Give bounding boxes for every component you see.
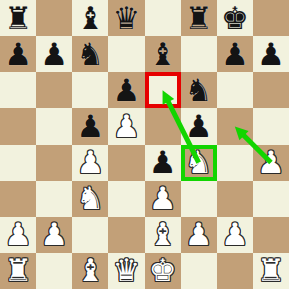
square-e3[interactable]: ♟: [145, 181, 181, 217]
square-a4[interactable]: [0, 145, 36, 181]
square-e2[interactable]: ♝: [145, 217, 181, 253]
square-b4[interactable]: [36, 145, 72, 181]
square-d1[interactable]: ♛: [108, 253, 144, 289]
square-h3[interactable]: [253, 181, 289, 217]
chess-board-screenshot: ♜♝♛♜♚♟♟♞♝♟♟♟♞♟♟♟♟♟♞♟♞♟♟♟♝♟♟♜♝♛♚♜: [0, 0, 289, 289]
square-h4[interactable]: ♟: [253, 145, 289, 181]
square-f6[interactable]: ♞: [181, 72, 217, 108]
white-knight-f4[interactable]: ♞: [185, 147, 213, 178]
square-h7[interactable]: ♟: [253, 36, 289, 72]
black-pawn-d6[interactable]: ♟: [113, 75, 141, 106]
square-b1[interactable]: [36, 253, 72, 289]
square-a2[interactable]: ♟: [0, 217, 36, 253]
square-h2[interactable]: [253, 217, 289, 253]
square-c8[interactable]: ♝: [72, 0, 108, 36]
square-d5[interactable]: ♟: [108, 108, 144, 144]
square-c7[interactable]: ♞: [72, 36, 108, 72]
square-d8[interactable]: ♛: [108, 0, 144, 36]
square-e6[interactable]: [145, 72, 181, 108]
black-pawn-a7[interactable]: ♟: [4, 39, 32, 70]
square-f3[interactable]: [181, 181, 217, 217]
white-queen-d1[interactable]: ♛: [113, 255, 141, 286]
square-f5[interactable]: ♟: [181, 108, 217, 144]
square-h5[interactable]: [253, 108, 289, 144]
square-c6[interactable]: [72, 72, 108, 108]
square-c5[interactable]: ♟: [72, 108, 108, 144]
white-bishop-e2[interactable]: ♝: [149, 219, 177, 250]
square-b6[interactable]: [36, 72, 72, 108]
white-pawn-e3[interactable]: ♟: [149, 183, 177, 214]
black-pawn-e4[interactable]: ♟: [149, 147, 177, 178]
square-e7[interactable]: ♝: [145, 36, 181, 72]
square-d4[interactable]: [108, 145, 144, 181]
black-king-g8[interactable]: ♚: [221, 3, 249, 34]
square-e8[interactable]: [145, 0, 181, 36]
white-pawn-d5[interactable]: ♟: [113, 111, 141, 142]
white-king-e1[interactable]: ♚: [149, 255, 177, 286]
black-pawn-b7[interactable]: ♟: [40, 39, 68, 70]
square-c1[interactable]: ♝: [72, 253, 108, 289]
square-a6[interactable]: [0, 72, 36, 108]
square-b2[interactable]: ♟: [36, 217, 72, 253]
square-b8[interactable]: [36, 0, 72, 36]
black-rook-f8[interactable]: ♜: [185, 3, 213, 34]
black-pawn-g7[interactable]: ♟: [221, 39, 249, 70]
black-bishop-e7[interactable]: ♝: [149, 39, 177, 70]
square-c2[interactable]: [72, 217, 108, 253]
white-pawn-h4[interactable]: ♟: [257, 147, 285, 178]
square-d2[interactable]: [108, 217, 144, 253]
chess-board: ♜♝♛♜♚♟♟♞♝♟♟♟♞♟♟♟♟♟♞♟♞♟♟♟♝♟♟♜♝♛♚♜: [0, 0, 289, 289]
black-queen-d8[interactable]: ♛: [113, 3, 141, 34]
square-h8[interactable]: [253, 0, 289, 36]
white-knight-c3[interactable]: ♞: [76, 183, 104, 214]
square-f8[interactable]: ♜: [181, 0, 217, 36]
square-g3[interactable]: [217, 181, 253, 217]
black-bishop-c8[interactable]: ♝: [76, 3, 104, 34]
black-knight-c7[interactable]: ♞: [76, 39, 104, 70]
square-g6[interactable]: [217, 72, 253, 108]
square-a3[interactable]: [0, 181, 36, 217]
square-b5[interactable]: [36, 108, 72, 144]
square-f4[interactable]: ♞: [181, 145, 217, 181]
white-pawn-c4[interactable]: ♟: [76, 147, 104, 178]
black-pawn-c5[interactable]: ♟: [76, 111, 104, 142]
square-g2[interactable]: ♟: [217, 217, 253, 253]
square-h1[interactable]: ♜: [253, 253, 289, 289]
white-rook-h1[interactable]: ♜: [257, 255, 285, 286]
square-h6[interactable]: [253, 72, 289, 108]
square-g7[interactable]: ♟: [217, 36, 253, 72]
square-f1[interactable]: [181, 253, 217, 289]
square-b3[interactable]: [36, 181, 72, 217]
square-g5[interactable]: [217, 108, 253, 144]
white-pawn-f2[interactable]: ♟: [185, 219, 213, 250]
square-e4[interactable]: ♟: [145, 145, 181, 181]
black-knight-f6[interactable]: ♞: [185, 75, 213, 106]
square-d3[interactable]: [108, 181, 144, 217]
square-g8[interactable]: ♚: [217, 0, 253, 36]
square-e5[interactable]: [145, 108, 181, 144]
square-f7[interactable]: [181, 36, 217, 72]
white-pawn-a2[interactable]: ♟: [4, 219, 32, 250]
square-d7[interactable]: [108, 36, 144, 72]
square-c4[interactable]: ♟: [72, 145, 108, 181]
square-a5[interactable]: [0, 108, 36, 144]
black-pawn-f5[interactable]: ♟: [185, 111, 213, 142]
square-a7[interactable]: ♟: [0, 36, 36, 72]
square-e1[interactable]: ♚: [145, 253, 181, 289]
white-bishop-c1[interactable]: ♝: [76, 255, 104, 286]
square-g4[interactable]: [217, 145, 253, 181]
white-pawn-b2[interactable]: ♟: [40, 219, 68, 250]
square-g1[interactable]: [217, 253, 253, 289]
square-b7[interactable]: ♟: [36, 36, 72, 72]
black-pawn-h7[interactable]: ♟: [257, 39, 285, 70]
white-rook-a1[interactable]: ♜: [4, 255, 32, 286]
black-rook-a8[interactable]: ♜: [4, 3, 32, 34]
square-a1[interactable]: ♜: [0, 253, 36, 289]
square-a8[interactable]: ♜: [0, 0, 36, 36]
square-d6[interactable]: ♟: [108, 72, 144, 108]
square-f2[interactable]: ♟: [181, 217, 217, 253]
square-c3[interactable]: ♞: [72, 181, 108, 217]
white-pawn-g2[interactable]: ♟: [221, 219, 249, 250]
